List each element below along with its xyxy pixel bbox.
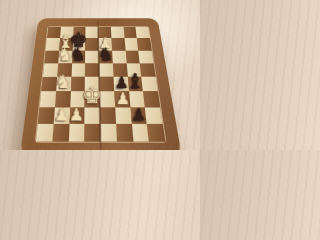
square-e3[interactable]: ♚ xyxy=(85,91,100,107)
square-f2[interactable]: ♟ xyxy=(69,107,85,124)
square-f5[interactable] xyxy=(71,63,85,77)
piece-white-pawn-f2[interactable]: ♟ xyxy=(69,107,84,124)
piece-white-king-e3[interactable]: ♚ xyxy=(82,84,103,107)
square-g2[interactable]: ♟ xyxy=(53,107,69,124)
square-d5[interactable] xyxy=(99,63,113,77)
square-c2[interactable] xyxy=(115,107,131,124)
piece-black-knight-f6[interactable]: ♞ xyxy=(70,45,86,63)
square-a6[interactable] xyxy=(138,50,153,63)
square-a8[interactable] xyxy=(136,27,150,38)
square-e5[interactable] xyxy=(85,63,99,77)
square-d2[interactable] xyxy=(100,107,116,124)
square-g1[interactable] xyxy=(52,124,69,142)
square-c1[interactable] xyxy=(116,124,133,142)
piece-black-knight-d6[interactable]: ♞ xyxy=(98,45,114,63)
square-e1[interactable] xyxy=(84,124,100,142)
square-g4[interactable]: ♞ xyxy=(56,77,71,92)
square-f1[interactable] xyxy=(68,124,84,142)
square-h2[interactable] xyxy=(38,107,55,124)
square-c8[interactable] xyxy=(111,27,124,38)
piece-white-pawn-g2[interactable]: ♟ xyxy=(54,107,69,124)
square-c6[interactable] xyxy=(112,50,126,63)
piece-black-pawn-b2[interactable]: ♟ xyxy=(132,107,147,124)
board-grid: ♝♚♟♞♞♞♞♟♝♚♟♟♟♟ xyxy=(36,27,165,142)
photo-scene: ♝♚♟♞♞♞♞♟♝♚♟♟♟♟ Angled overhead photo of … xyxy=(0,0,200,150)
square-f6[interactable]: ♞ xyxy=(72,50,86,63)
square-b6[interactable] xyxy=(125,50,140,63)
square-c3[interactable]: ♟ xyxy=(114,91,130,107)
piece-white-pawn-c3[interactable]: ♟ xyxy=(115,91,130,107)
chess-board-frame: ♝♚♟♞♞♞♞♟♝♚♟♟♟♟ xyxy=(20,18,182,150)
square-b2[interactable]: ♟ xyxy=(130,107,147,124)
piece-white-knight-g4[interactable]: ♞ xyxy=(55,72,72,91)
square-h1[interactable] xyxy=(36,124,54,142)
square-e2[interactable] xyxy=(85,107,101,124)
square-a7[interactable] xyxy=(137,38,152,50)
square-d6[interactable]: ♞ xyxy=(99,50,113,63)
square-d1[interactable] xyxy=(100,124,117,142)
square-a2[interactable] xyxy=(145,107,163,124)
square-a1[interactable] xyxy=(147,124,165,142)
